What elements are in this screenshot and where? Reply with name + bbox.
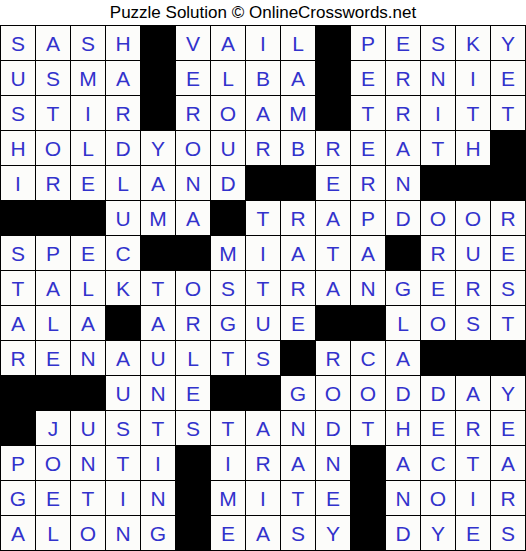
letter-cell: P — [351, 26, 385, 60]
letter-cell: O — [36, 131, 70, 165]
block-cell — [141, 61, 175, 95]
letter-cell: U — [211, 131, 245, 165]
block-cell — [351, 481, 385, 515]
letter-cell: U — [71, 411, 105, 445]
block-cell — [36, 376, 70, 410]
letter-cell: L — [36, 516, 70, 550]
letter-cell: K — [106, 271, 140, 305]
block-cell — [246, 166, 280, 200]
letter-cell: U — [106, 376, 140, 410]
letter-cell: A — [1, 516, 35, 550]
letter-cell: U — [106, 201, 140, 235]
block-cell — [141, 236, 175, 270]
letter-cell: T — [211, 411, 245, 445]
letter-cell: H — [456, 131, 490, 165]
letter-cell: T — [211, 341, 245, 375]
letter-cell: M — [211, 236, 245, 270]
letter-cell: L — [281, 26, 315, 60]
block-cell — [421, 341, 455, 375]
block-cell — [351, 446, 385, 480]
letter-cell: A — [36, 26, 70, 60]
letter-cell: I — [421, 96, 455, 130]
letter-cell: G — [211, 306, 245, 340]
letter-cell: E — [386, 26, 420, 60]
letter-cell: Y — [421, 516, 455, 550]
letter-cell: O — [316, 376, 350, 410]
letter-cell: E — [491, 411, 525, 445]
block-cell — [176, 516, 210, 550]
letter-cell: G — [1, 481, 35, 515]
letter-cell: A — [246, 411, 280, 445]
block-cell — [211, 201, 245, 235]
letter-cell: R — [281, 201, 315, 235]
letter-cell: M — [141, 201, 175, 235]
letter-cell: E — [71, 166, 105, 200]
letter-cell: R — [421, 236, 455, 270]
letter-cell: R — [176, 306, 210, 340]
letter-cell: A — [141, 166, 175, 200]
letter-cell: R — [176, 96, 210, 130]
letter-cell: A — [316, 271, 350, 305]
block-cell — [281, 166, 315, 200]
letter-cell: O — [176, 131, 210, 165]
letter-cell: S — [1, 236, 35, 270]
page-title: Puzzle Solution © OnlineCrosswords.net — [110, 3, 416, 23]
letter-cell: E — [36, 481, 70, 515]
letter-cell: L — [36, 306, 70, 340]
block-cell — [141, 96, 175, 130]
letter-cell: L — [71, 271, 105, 305]
letter-cell: N — [106, 516, 140, 550]
letter-cell: T — [141, 271, 175, 305]
letter-cell: E — [421, 411, 455, 445]
letter-cell: V — [176, 26, 210, 60]
letter-cell: I — [71, 96, 105, 130]
letter-cell: A — [386, 131, 420, 165]
letter-cell: D — [386, 201, 420, 235]
letter-cell: T — [246, 201, 280, 235]
letter-cell: T — [421, 131, 455, 165]
block-cell — [316, 96, 350, 130]
letter-cell: Y — [491, 26, 525, 60]
letter-cell: T — [456, 446, 490, 480]
letter-cell: L — [176, 341, 210, 375]
block-cell — [491, 341, 525, 375]
letter-cell: T — [141, 411, 175, 445]
letter-cell: S — [176, 411, 210, 445]
letter-cell: N — [141, 376, 175, 410]
letter-cell: N — [71, 341, 105, 375]
letter-cell: T — [281, 481, 315, 515]
letter-cell: R — [491, 201, 525, 235]
block-cell — [456, 341, 490, 375]
letter-cell: A — [36, 271, 70, 305]
letter-cell: E — [491, 236, 525, 270]
letter-cell: E — [491, 61, 525, 95]
letter-cell: R — [1, 341, 35, 375]
letter-cell: I — [246, 236, 280, 270]
block-cell — [421, 166, 455, 200]
block-cell — [491, 166, 525, 200]
letter-cell: A — [106, 341, 140, 375]
letter-cell: R — [36, 166, 70, 200]
title-bar: Puzzle Solution © OnlineCrosswords.net — [0, 0, 526, 25]
letter-cell: T — [36, 96, 70, 130]
block-cell — [1, 411, 35, 445]
block-cell — [71, 201, 105, 235]
letter-cell: D — [106, 131, 140, 165]
letter-cell: Y — [316, 516, 350, 550]
block-cell — [316, 26, 350, 60]
letter-cell: S — [211, 271, 245, 305]
block-cell — [386, 236, 420, 270]
letter-cell: A — [386, 341, 420, 375]
letter-cell: L — [106, 166, 140, 200]
letter-cell: B — [246, 61, 280, 95]
letter-cell: E — [316, 481, 350, 515]
letter-cell: S — [71, 26, 105, 60]
block-cell — [351, 516, 385, 550]
letter-cell: C — [106, 236, 140, 270]
letter-cell: R — [456, 411, 490, 445]
letter-cell: E — [211, 516, 245, 550]
letter-cell: H — [386, 411, 420, 445]
letter-cell: O — [421, 306, 455, 340]
letter-cell: R — [386, 96, 420, 130]
letter-cell: Y — [491, 376, 525, 410]
block-cell — [71, 376, 105, 410]
block-cell — [351, 306, 385, 340]
letter-cell: U — [141, 341, 175, 375]
letter-cell: L — [211, 61, 245, 95]
letter-cell: T — [351, 96, 385, 130]
letter-cell: I — [246, 26, 280, 60]
letter-cell: S — [421, 26, 455, 60]
letter-cell: L — [386, 306, 420, 340]
letter-cell: T — [1, 271, 35, 305]
letter-cell: S — [1, 96, 35, 130]
letter-cell: T — [246, 271, 280, 305]
block-cell — [316, 306, 350, 340]
letter-cell: O — [421, 481, 455, 515]
letter-cell: D — [386, 376, 420, 410]
letter-cell: O — [421, 201, 455, 235]
letter-cell: R — [316, 341, 350, 375]
letter-cell: E — [456, 516, 490, 550]
letter-cell: R — [246, 131, 280, 165]
letter-cell: M — [281, 96, 315, 130]
letter-cell: S — [36, 61, 70, 95]
letter-cell: M — [71, 61, 105, 95]
letter-cell: O — [176, 271, 210, 305]
letter-cell: T — [491, 306, 525, 340]
letter-cell: G — [141, 516, 175, 550]
letter-cell: S — [456, 306, 490, 340]
letter-cell: E — [351, 61, 385, 95]
letter-cell: S — [281, 516, 315, 550]
letter-cell: A — [281, 446, 315, 480]
letter-cell: P — [351, 201, 385, 235]
letter-cell: O — [211, 96, 245, 130]
letter-cell: E — [316, 166, 350, 200]
block-cell — [176, 481, 210, 515]
crossword-solution-page: Puzzle Solution © OnlineCrosswords.net S… — [0, 0, 526, 551]
letter-cell: A — [246, 516, 280, 550]
block-cell — [246, 376, 280, 410]
letter-cell: I — [211, 446, 245, 480]
letter-cell: R — [351, 166, 385, 200]
letter-cell: A — [281, 236, 315, 270]
letter-cell: I — [106, 481, 140, 515]
letter-cell: E — [71, 236, 105, 270]
letter-cell: S — [1, 26, 35, 60]
block-cell — [211, 376, 245, 410]
letter-cell: N — [351, 271, 385, 305]
letter-cell: A — [176, 201, 210, 235]
letter-cell: U — [246, 306, 280, 340]
letter-cell: A — [456, 376, 490, 410]
letter-cell: N — [176, 166, 210, 200]
block-cell — [141, 26, 175, 60]
letter-cell: G — [281, 376, 315, 410]
letter-cell: H — [106, 26, 140, 60]
letter-cell: N — [141, 481, 175, 515]
letter-cell: N — [421, 61, 455, 95]
letter-cell: R — [246, 446, 280, 480]
block-cell — [36, 201, 70, 235]
letter-cell: D — [386, 516, 420, 550]
letter-cell: E — [281, 306, 315, 340]
letter-cell: A — [246, 96, 280, 130]
letter-cell: A — [316, 201, 350, 235]
letter-cell: D — [211, 166, 245, 200]
letter-cell: B — [281, 131, 315, 165]
letter-cell: D — [316, 411, 350, 445]
block-cell — [491, 131, 525, 165]
letter-cell: T — [71, 481, 105, 515]
letter-cell: I — [456, 61, 490, 95]
block-cell — [1, 201, 35, 235]
letter-cell: A — [491, 446, 525, 480]
block-cell — [281, 341, 315, 375]
block-cell — [1, 376, 35, 410]
letter-cell: E — [176, 61, 210, 95]
letter-cell: A — [141, 306, 175, 340]
letter-cell: T — [456, 96, 490, 130]
letter-cell: M — [211, 481, 245, 515]
letter-cell: A — [351, 236, 385, 270]
letter-cell: R — [281, 271, 315, 305]
letter-cell: T — [491, 96, 525, 130]
letter-cell: N — [386, 166, 420, 200]
letter-cell: H — [1, 131, 35, 165]
letter-cell: P — [1, 446, 35, 480]
letter-cell: A — [211, 26, 245, 60]
letter-cell: I — [141, 446, 175, 480]
block-cell — [456, 166, 490, 200]
letter-cell: T — [351, 411, 385, 445]
letter-cell: T — [316, 236, 350, 270]
letter-cell: P — [36, 236, 70, 270]
letter-cell: G — [386, 271, 420, 305]
letter-cell: R — [316, 131, 350, 165]
letter-cell: O — [351, 376, 385, 410]
letter-cell: E — [351, 131, 385, 165]
letter-cell: A — [386, 446, 420, 480]
letter-cell: S — [246, 341, 280, 375]
letter-cell: I — [246, 481, 280, 515]
crossword-grid: SASHVAILPESKYUSMAELBAERNIESTIRROAMTRITTH… — [0, 25, 526, 551]
letter-cell: K — [456, 26, 490, 60]
letter-cell: S — [491, 271, 525, 305]
letter-cell: R — [456, 271, 490, 305]
block-cell — [176, 236, 210, 270]
letter-cell: U — [456, 236, 490, 270]
letter-cell: S — [106, 411, 140, 445]
block-cell — [106, 306, 140, 340]
letter-cell: S — [491, 516, 525, 550]
letter-cell: O — [71, 516, 105, 550]
letter-cell: L — [71, 131, 105, 165]
block-cell — [176, 446, 210, 480]
letter-cell: J — [36, 411, 70, 445]
letter-cell: N — [281, 411, 315, 445]
letter-cell: A — [1, 306, 35, 340]
letter-cell: C — [421, 446, 455, 480]
letter-cell: T — [106, 446, 140, 480]
letter-cell: A — [281, 61, 315, 95]
letter-cell: R — [106, 96, 140, 130]
block-cell — [316, 61, 350, 95]
letter-cell: O — [456, 201, 490, 235]
letter-cell: N — [386, 481, 420, 515]
letter-cell: U — [1, 61, 35, 95]
letter-cell: E — [421, 271, 455, 305]
letter-cell: D — [421, 376, 455, 410]
letter-cell: A — [106, 61, 140, 95]
letter-cell: E — [176, 376, 210, 410]
letter-cell: E — [36, 341, 70, 375]
letter-cell: I — [1, 166, 35, 200]
letter-cell: Y — [141, 131, 175, 165]
letter-cell: N — [316, 446, 350, 480]
letter-cell: C — [351, 341, 385, 375]
letter-cell: A — [71, 306, 105, 340]
letter-cell: R — [386, 61, 420, 95]
letter-cell: O — [36, 446, 70, 480]
letter-cell: N — [71, 446, 105, 480]
letter-cell: R — [491, 481, 525, 515]
letter-cell: I — [456, 481, 490, 515]
